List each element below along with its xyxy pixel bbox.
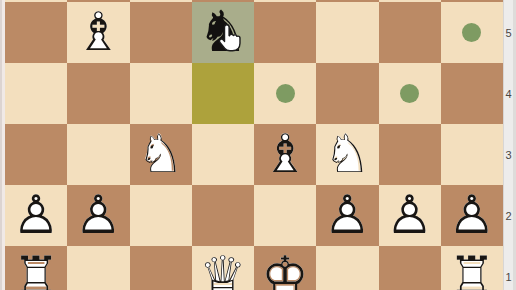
square-d1[interactable]: ♛♕ bbox=[192, 246, 254, 290]
square-a3[interactable] bbox=[5, 124, 67, 185]
square-d4[interactable] bbox=[192, 63, 254, 124]
square-h2[interactable]: ♟♙ bbox=[441, 185, 503, 246]
square-f2[interactable]: ♟♙ bbox=[316, 185, 378, 246]
square-f3[interactable]: ♞♘ bbox=[316, 124, 378, 185]
square-e3[interactable]: ♝♗ bbox=[254, 124, 316, 185]
piece-outline-glyph: ♖ bbox=[12, 249, 60, 290]
square-g1[interactable] bbox=[379, 246, 441, 290]
white-queen[interactable]: ♛♕ bbox=[192, 246, 254, 290]
white-knight[interactable]: ♞♘ bbox=[316, 124, 378, 185]
square-d5[interactable]: ♞ bbox=[192, 2, 254, 63]
piece-outline-glyph: ♙ bbox=[448, 188, 496, 241]
square-b2[interactable]: ♟♙ bbox=[67, 185, 129, 246]
square-b4[interactable] bbox=[67, 63, 129, 124]
black-knight[interactable]: ♞ bbox=[192, 2, 254, 63]
square-e5[interactable] bbox=[254, 2, 316, 63]
chess-board: ♝♗♞♞♘♝♗♞♘♟♙♟♙♟♙♟♙♟♙♜♖♛♕♚♔♜♖ bbox=[5, 0, 503, 290]
rank-label-4: 4 bbox=[504, 86, 513, 102]
square-h3[interactable] bbox=[441, 124, 503, 185]
square-a2[interactable]: ♟♙ bbox=[5, 185, 67, 246]
square-a4[interactable] bbox=[5, 63, 67, 124]
square-b3[interactable] bbox=[67, 124, 129, 185]
square-c3[interactable]: ♞♘ bbox=[130, 124, 192, 185]
square-e2[interactable] bbox=[254, 185, 316, 246]
piece-outline-glyph: ♙ bbox=[386, 188, 434, 241]
square-g5[interactable] bbox=[379, 2, 441, 63]
square-c2[interactable] bbox=[130, 185, 192, 246]
white-pawn[interactable]: ♟♙ bbox=[379, 185, 441, 246]
square-c5[interactable] bbox=[130, 2, 192, 63]
piece-outline-glyph: ♘ bbox=[137, 127, 185, 180]
piece-outline-glyph: ♖ bbox=[448, 249, 496, 290]
white-pawn[interactable]: ♟♙ bbox=[441, 185, 503, 246]
square-c4[interactable] bbox=[130, 63, 192, 124]
rank-label-3: 3 bbox=[504, 147, 513, 163]
white-king[interactable]: ♚♔ bbox=[254, 246, 316, 290]
white-pawn[interactable]: ♟♙ bbox=[316, 185, 378, 246]
square-f4[interactable] bbox=[316, 63, 378, 124]
piece-outline-glyph: ♙ bbox=[12, 188, 60, 241]
piece-fill-glyph: ♞ bbox=[197, 3, 248, 60]
piece-outline-glyph: ♔ bbox=[261, 249, 309, 290]
square-b5[interactable]: ♝♗ bbox=[67, 2, 129, 63]
square-h5[interactable] bbox=[441, 2, 503, 63]
square-d2[interactable] bbox=[192, 185, 254, 246]
square-a5[interactable] bbox=[5, 2, 67, 63]
square-e1[interactable]: ♚♔ bbox=[254, 246, 316, 290]
square-d3[interactable] bbox=[192, 124, 254, 185]
white-bishop[interactable]: ♝♗ bbox=[254, 124, 316, 185]
piece-outline-glyph: ♙ bbox=[324, 188, 372, 241]
white-rook[interactable]: ♜♖ bbox=[5, 246, 67, 290]
legal-move-dot[interactable] bbox=[276, 84, 295, 103]
chess-app-screen: ♝♗♞♞♘♝♗♞♘♟♙♟♙♟♙♟♙♟♙♜♖♛♕♚♔♜♖ 54321 bbox=[0, 0, 516, 290]
square-g4[interactable] bbox=[379, 63, 441, 124]
square-h1[interactable]: ♜♖ bbox=[441, 246, 503, 290]
piece-outline-glyph: ♘ bbox=[324, 127, 372, 180]
board-grid: ♝♗♞♞♘♝♗♞♘♟♙♟♙♟♙♟♙♟♙♜♖♛♕♚♔♜♖ bbox=[5, 0, 503, 290]
rank-label-2: 2 bbox=[504, 208, 513, 224]
rank-label-1: 1 bbox=[504, 269, 513, 285]
square-g3[interactable] bbox=[379, 124, 441, 185]
rank-label-gutter: 54321 bbox=[503, 0, 516, 290]
white-pawn[interactable]: ♟♙ bbox=[67, 185, 129, 246]
square-g2[interactable]: ♟♙ bbox=[379, 185, 441, 246]
rank-label-5: 5 bbox=[504, 25, 513, 41]
legal-move-dot[interactable] bbox=[462, 23, 481, 42]
square-f5[interactable] bbox=[316, 2, 378, 63]
square-e4[interactable] bbox=[254, 63, 316, 124]
square-h4[interactable] bbox=[441, 63, 503, 124]
piece-outline-glyph: ♕ bbox=[199, 249, 247, 290]
piece-outline-glyph: ♗ bbox=[75, 5, 123, 58]
square-f1[interactable] bbox=[316, 246, 378, 290]
square-c1[interactable] bbox=[130, 246, 192, 290]
square-b1[interactable] bbox=[67, 246, 129, 290]
square-a1[interactable]: ♜♖ bbox=[5, 246, 67, 290]
piece-outline-glyph: ♗ bbox=[261, 127, 309, 180]
legal-move-dot[interactable] bbox=[400, 84, 419, 103]
white-bishop[interactable]: ♝♗ bbox=[67, 2, 129, 63]
white-pawn[interactable]: ♟♙ bbox=[5, 185, 67, 246]
white-knight[interactable]: ♞♘ bbox=[130, 124, 192, 185]
piece-outline-glyph: ♙ bbox=[75, 188, 123, 241]
white-rook[interactable]: ♜♖ bbox=[441, 246, 503, 290]
